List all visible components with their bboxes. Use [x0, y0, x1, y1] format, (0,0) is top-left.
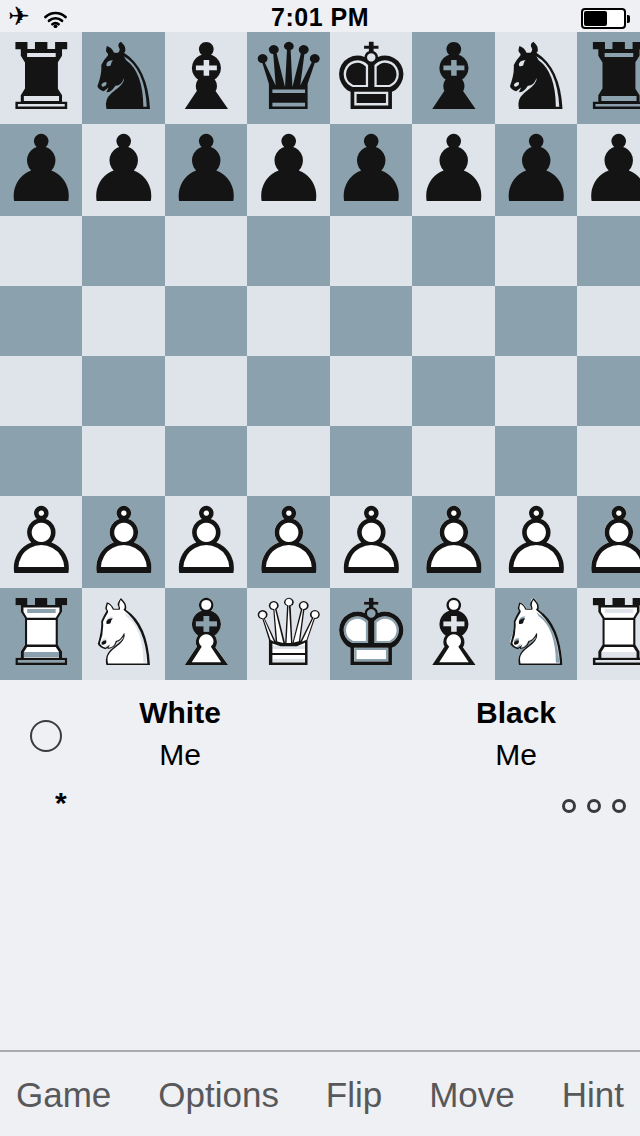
black-bishop: ♝ — [165, 32, 247, 124]
square-b8[interactable]: ♞ — [82, 32, 164, 124]
square-h4[interactable] — [577, 356, 640, 426]
chess-board: ♜♞♝♛♚♝♞♜♟♟♟♟♟♟♟♟♟♙♟♙♟♙♟♙♟♙♟♙♟♙♟♙♜♖♞♘♝♗♛♕… — [0, 32, 640, 680]
square-b3[interactable] — [82, 426, 164, 496]
white-bishop: ♝♗ — [412, 588, 494, 680]
square-d6[interactable] — [247, 216, 329, 286]
square-f6[interactable] — [412, 216, 494, 286]
square-e8[interactable]: ♚ — [330, 32, 412, 124]
black-pawn: ♟ — [412, 124, 494, 216]
black-knight: ♞ — [495, 32, 577, 124]
white-knight: ♞♘ — [495, 588, 577, 680]
square-c3[interactable] — [165, 426, 247, 496]
square-h7[interactable]: ♟ — [577, 124, 640, 216]
black-queen: ♛ — [247, 32, 329, 124]
black-pawn: ♟ — [82, 124, 164, 216]
black-pawn: ♟ — [0, 124, 82, 216]
move-button[interactable]: Move — [429, 1077, 515, 1112]
black-rook: ♜ — [0, 32, 82, 124]
white-player-title: White — [80, 696, 280, 730]
white-pawn: ♟♙ — [412, 496, 494, 588]
square-e4[interactable] — [330, 356, 412, 426]
more-options-button[interactable] — [562, 799, 626, 813]
square-g2[interactable]: ♟♙ — [495, 496, 577, 588]
square-c8[interactable]: ♝ — [165, 32, 247, 124]
options-button[interactable]: Options — [158, 1077, 279, 1112]
white-pawn: ♟♙ — [330, 496, 412, 588]
dot-icon — [612, 799, 626, 813]
square-c7[interactable]: ♟ — [165, 124, 247, 216]
square-e1[interactable]: ♚♔ — [330, 588, 412, 680]
flip-button[interactable]: Flip — [326, 1077, 382, 1112]
square-b7[interactable]: ♟ — [82, 124, 164, 216]
square-g1[interactable]: ♞♘ — [495, 588, 577, 680]
square-a1[interactable]: ♜♖ — [0, 588, 82, 680]
square-b2[interactable]: ♟♙ — [82, 496, 164, 588]
white-king: ♚♔ — [330, 588, 412, 680]
square-f5[interactable] — [412, 286, 494, 356]
square-b6[interactable] — [82, 216, 164, 286]
square-a7[interactable]: ♟ — [0, 124, 82, 216]
turn-indicator-circle — [30, 720, 62, 752]
black-player-block: Black Me — [416, 696, 616, 772]
bottom-toolbar: Game Options Flip Move Hint — [0, 1050, 640, 1136]
game-button[interactable]: Game — [16, 1077, 111, 1112]
white-player-block: White Me — [80, 696, 280, 772]
square-f2[interactable]: ♟♙ — [412, 496, 494, 588]
square-c5[interactable] — [165, 286, 247, 356]
square-e2[interactable]: ♟♙ — [330, 496, 412, 588]
square-a3[interactable] — [0, 426, 82, 496]
black-pawn: ♟ — [247, 124, 329, 216]
white-pawn: ♟♙ — [495, 496, 577, 588]
square-f1[interactable]: ♝♗ — [412, 588, 494, 680]
white-rook: ♜♖ — [0, 588, 82, 680]
black-pawn: ♟ — [495, 124, 577, 216]
square-e7[interactable]: ♟ — [330, 124, 412, 216]
square-d1[interactable]: ♛♕ — [247, 588, 329, 680]
square-a4[interactable] — [0, 356, 82, 426]
square-g7[interactable]: ♟ — [495, 124, 577, 216]
black-knight: ♞ — [82, 32, 164, 124]
square-g6[interactable] — [495, 216, 577, 286]
square-h3[interactable] — [577, 426, 640, 496]
square-d2[interactable]: ♟♙ — [247, 496, 329, 588]
white-pawn: ♟♙ — [247, 496, 329, 588]
square-a5[interactable] — [0, 286, 82, 356]
square-g4[interactable] — [495, 356, 577, 426]
square-h8[interactable]: ♜ — [577, 32, 640, 124]
square-f3[interactable] — [412, 426, 494, 496]
square-h6[interactable] — [577, 216, 640, 286]
square-f4[interactable] — [412, 356, 494, 426]
square-a8[interactable]: ♜ — [0, 32, 82, 124]
white-bishop: ♝♗ — [165, 588, 247, 680]
square-e6[interactable] — [330, 216, 412, 286]
square-b5[interactable] — [82, 286, 164, 356]
players-row: White Me Black Me — [0, 680, 640, 790]
square-b1[interactable]: ♞♘ — [82, 588, 164, 680]
square-e3[interactable] — [330, 426, 412, 496]
white-pawn: ♟♙ — [577, 496, 640, 588]
square-f8[interactable]: ♝ — [412, 32, 494, 124]
white-player-name: Me — [80, 738, 280, 772]
white-rook: ♜♖ — [577, 588, 640, 680]
black-rook: ♜ — [577, 32, 640, 124]
square-h5[interactable] — [577, 286, 640, 356]
square-h2[interactable]: ♟♙ — [577, 496, 640, 588]
white-queen: ♛♕ — [247, 588, 329, 680]
square-f7[interactable]: ♟ — [412, 124, 494, 216]
square-g3[interactable] — [495, 426, 577, 496]
square-a6[interactable] — [0, 216, 82, 286]
dot-icon — [562, 799, 576, 813]
dot-icon — [587, 799, 601, 813]
square-d7[interactable]: ♟ — [247, 124, 329, 216]
game-result-marker: * — [55, 788, 67, 818]
black-king: ♚ — [330, 32, 412, 124]
square-d5[interactable] — [247, 286, 329, 356]
square-g5[interactable] — [495, 286, 577, 356]
square-c6[interactable] — [165, 216, 247, 286]
black-pawn: ♟ — [577, 124, 640, 216]
chess-app-screen: ✈ 7:01 PM ♜♞♝♛♚♝♞♜♟♟♟♟♟♟♟♟♟♙♟♙♟♙♟♙♟♙♟♙♟♙… — [0, 0, 640, 1136]
square-c1[interactable]: ♝♗ — [165, 588, 247, 680]
square-d3[interactable] — [247, 426, 329, 496]
square-d8[interactable]: ♛ — [247, 32, 329, 124]
square-e5[interactable] — [330, 286, 412, 356]
black-pawn: ♟ — [165, 124, 247, 216]
square-d4[interactable] — [247, 356, 329, 426]
white-pawn: ♟♙ — [82, 496, 164, 588]
black-bishop: ♝ — [412, 32, 494, 124]
white-pawn: ♟♙ — [165, 496, 247, 588]
square-g8[interactable]: ♞ — [495, 32, 577, 124]
square-b4[interactable] — [82, 356, 164, 426]
black-player-title: Black — [416, 696, 616, 730]
black-player-name: Me — [416, 738, 616, 772]
white-pawn: ♟♙ — [0, 496, 82, 588]
white-knight: ♞♘ — [82, 588, 164, 680]
square-c2[interactable]: ♟♙ — [165, 496, 247, 588]
square-a2[interactable]: ♟♙ — [0, 496, 82, 588]
hint-button[interactable]: Hint — [562, 1077, 624, 1112]
black-pawn: ♟ — [330, 124, 412, 216]
square-h1[interactable]: ♜♖ — [577, 588, 640, 680]
square-c4[interactable] — [165, 356, 247, 426]
